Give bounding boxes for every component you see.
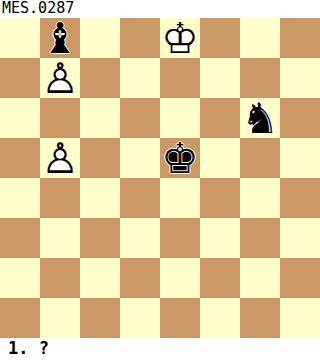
square-a2	[0, 258, 40, 298]
square-g7	[240, 58, 280, 98]
square-a4	[0, 178, 40, 218]
square-a3	[0, 218, 40, 258]
square-d7	[120, 58, 160, 98]
square-f6	[200, 98, 240, 138]
square-d8	[120, 18, 160, 58]
square-h7	[280, 58, 320, 98]
square-e2	[160, 258, 200, 298]
piece-glyph: ♞	[241, 94, 279, 143]
square-b1	[40, 298, 80, 338]
square-e8: ♚♔	[160, 18, 200, 58]
square-d2	[120, 258, 160, 298]
square-c5	[80, 138, 120, 178]
square-d4	[120, 178, 160, 218]
square-d6	[120, 98, 160, 138]
square-f7	[200, 58, 240, 98]
square-d5	[120, 138, 160, 178]
white-pawn-b5: ♟♙	[40, 138, 80, 178]
square-g3	[240, 218, 280, 258]
square-e5: ♚	[160, 138, 200, 178]
white-pawn-b7: ♟♙	[40, 58, 80, 98]
black-king-e5: ♚	[160, 138, 200, 178]
square-e6	[160, 98, 200, 138]
square-g4	[240, 178, 280, 218]
chess-board: ♝♚♔♟♙♞♟♙♚	[0, 18, 320, 338]
square-a7	[0, 58, 40, 98]
square-h8	[280, 18, 320, 58]
square-h2	[280, 258, 320, 298]
square-e3	[160, 218, 200, 258]
square-h3	[280, 218, 320, 258]
square-g5	[240, 138, 280, 178]
square-c6	[80, 98, 120, 138]
square-f3	[200, 218, 240, 258]
square-h6	[280, 98, 320, 138]
square-g2	[240, 258, 280, 298]
square-f2	[200, 258, 240, 298]
square-b3	[40, 218, 80, 258]
square-a5	[0, 138, 40, 178]
black-knight-g6: ♞	[240, 98, 280, 138]
square-b4	[40, 178, 80, 218]
square-g8	[240, 18, 280, 58]
piece-glyph: ♚	[161, 134, 199, 183]
square-c7	[80, 58, 120, 98]
square-h5	[280, 138, 320, 178]
square-h4	[280, 178, 320, 218]
square-d1	[120, 298, 160, 338]
square-e1	[160, 298, 200, 338]
piece-glyph: ♔	[161, 14, 199, 63]
black-bishop-b8: ♝	[40, 18, 80, 58]
square-b7: ♟♙	[40, 58, 80, 98]
square-b6	[40, 98, 80, 138]
square-f5	[200, 138, 240, 178]
square-g1	[240, 298, 280, 338]
square-d3	[120, 218, 160, 258]
move-prompt-label: 1. ?	[0, 338, 320, 360]
square-f8	[200, 18, 240, 58]
square-e7	[160, 58, 200, 98]
square-b5: ♟♙	[40, 138, 80, 178]
square-h1	[280, 298, 320, 338]
square-b2	[40, 258, 80, 298]
square-c8	[80, 18, 120, 58]
square-a1	[0, 298, 40, 338]
square-c3	[80, 218, 120, 258]
square-c4	[80, 178, 120, 218]
square-e4	[160, 178, 200, 218]
square-a8	[0, 18, 40, 58]
square-b8: ♝	[40, 18, 80, 58]
square-a6	[0, 98, 40, 138]
square-f1	[200, 298, 240, 338]
square-g6: ♞	[240, 98, 280, 138]
piece-glyph: ♙	[41, 54, 79, 103]
square-c1	[80, 298, 120, 338]
piece-glyph: ♙	[41, 134, 79, 183]
white-king-e8: ♚♔	[160, 18, 200, 58]
square-c2	[80, 258, 120, 298]
square-f4	[200, 178, 240, 218]
